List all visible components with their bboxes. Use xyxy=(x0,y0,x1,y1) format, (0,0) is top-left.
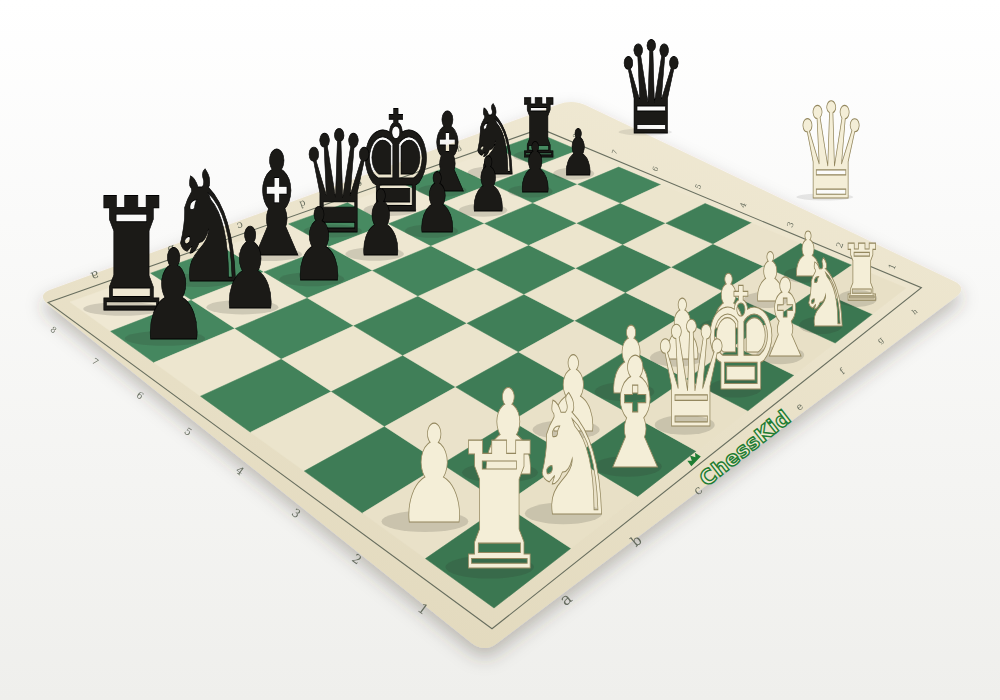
piece-glyph: ♛ xyxy=(615,14,687,163)
piece-glyph: ♟ xyxy=(516,127,555,209)
scene-svg: aabbccddeeffgghh1122334455667788 ChessKi… xyxy=(0,0,1000,700)
piece-glyph: ♟ xyxy=(219,204,282,335)
chess-set-photo: aabbccddeeffgghh1122334455667788 ChessKi… xyxy=(0,0,1000,700)
piece-black-pawn-g7[interactable]: ♟ xyxy=(516,127,555,209)
extra-white-queen[interactable]: ♛ xyxy=(794,74,869,229)
piece-glyph: ♜ xyxy=(450,405,548,609)
piece-glyph: ♟ xyxy=(467,141,509,230)
piece-white-rook-a1[interactable]: ♜ xyxy=(450,405,548,609)
piece-glyph: ♟ xyxy=(291,187,348,305)
piece-glyph: ♟ xyxy=(414,155,460,251)
piece-black-pawn-b7[interactable]: ♟ xyxy=(219,204,282,335)
piece-black-pawn-f7[interactable]: ♟ xyxy=(467,141,509,230)
piece-glyph: ♟ xyxy=(355,170,406,277)
piece-glyph: ♟ xyxy=(560,116,596,190)
piece-black-pawn-e7[interactable]: ♟ xyxy=(414,155,460,251)
piece-black-pawn-c7[interactable]: ♟ xyxy=(291,187,348,305)
piece-black-pawn-d7[interactable]: ♟ xyxy=(355,170,406,277)
piece-glyph: ♛ xyxy=(794,74,869,229)
piece-glyph: ♟ xyxy=(138,223,208,369)
piece-black-pawn-a7[interactable]: ♟ xyxy=(138,223,208,369)
extra-black-queen[interactable]: ♛ xyxy=(615,14,687,163)
piece-black-pawn-h7[interactable]: ♟ xyxy=(560,116,596,190)
